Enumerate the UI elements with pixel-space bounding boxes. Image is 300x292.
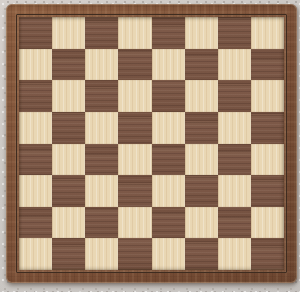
square-b4[interactable] [52,144,85,176]
square-d7[interactable] [118,49,151,81]
square-a6[interactable] [19,80,52,112]
square-b6[interactable] [52,80,85,112]
square-a7[interactable] [19,49,52,81]
square-e1[interactable] [152,238,185,270]
square-h3[interactable] [251,175,284,207]
square-f7[interactable] [185,49,218,81]
square-b7[interactable] [52,49,85,81]
square-h7[interactable] [251,49,284,81]
square-b5[interactable] [52,112,85,144]
square-e4[interactable] [152,144,185,176]
square-d8[interactable] [118,17,151,49]
square-d3[interactable] [118,175,151,207]
square-e2[interactable] [152,207,185,239]
square-h5[interactable] [251,112,284,144]
photo-background [0,0,300,292]
square-a2[interactable] [19,207,52,239]
square-e5[interactable] [152,112,185,144]
square-b1[interactable] [52,238,85,270]
square-g8[interactable] [218,17,251,49]
square-a3[interactable] [19,175,52,207]
square-e6[interactable] [152,80,185,112]
board-inlay-border [16,14,287,273]
square-h2[interactable] [251,207,284,239]
square-c2[interactable] [85,207,118,239]
square-g2[interactable] [218,207,251,239]
square-a1[interactable] [19,238,52,270]
board-frame [6,4,297,283]
square-g3[interactable] [218,175,251,207]
square-h8[interactable] [251,17,284,49]
square-d5[interactable] [118,112,151,144]
chess-board [19,17,284,270]
square-e7[interactable] [152,49,185,81]
square-c8[interactable] [85,17,118,49]
square-f8[interactable] [185,17,218,49]
square-c4[interactable] [85,144,118,176]
square-d6[interactable] [118,80,151,112]
square-a5[interactable] [19,112,52,144]
square-e3[interactable] [152,175,185,207]
square-c6[interactable] [85,80,118,112]
square-b8[interactable] [52,17,85,49]
square-g6[interactable] [218,80,251,112]
square-f5[interactable] [185,112,218,144]
square-f3[interactable] [185,175,218,207]
square-c3[interactable] [85,175,118,207]
square-e8[interactable] [152,17,185,49]
square-f6[interactable] [185,80,218,112]
square-a4[interactable] [19,144,52,176]
square-g5[interactable] [218,112,251,144]
square-g7[interactable] [218,49,251,81]
square-c7[interactable] [85,49,118,81]
square-h6[interactable] [251,80,284,112]
square-h1[interactable] [251,238,284,270]
square-b3[interactable] [52,175,85,207]
square-g4[interactable] [218,144,251,176]
square-f4[interactable] [185,144,218,176]
square-a8[interactable] [19,17,52,49]
square-h4[interactable] [251,144,284,176]
square-f2[interactable] [185,207,218,239]
square-f1[interactable] [185,238,218,270]
square-b2[interactable] [52,207,85,239]
square-g1[interactable] [218,238,251,270]
square-c5[interactable] [85,112,118,144]
square-d1[interactable] [118,238,151,270]
square-c1[interactable] [85,238,118,270]
square-d2[interactable] [118,207,151,239]
square-d4[interactable] [118,144,151,176]
